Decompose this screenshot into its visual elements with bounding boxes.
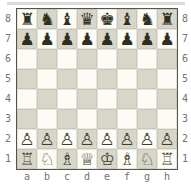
file-label-e: e xyxy=(97,169,117,185)
black-rook-a8: ♜ xyxy=(19,9,34,29)
rank-label-left-6: 6 xyxy=(1,49,15,69)
square-h7[interactable]: ♟ xyxy=(157,29,177,49)
black-knight-b8: ♞ xyxy=(39,9,54,29)
file-labels: abcdefgh xyxy=(17,169,177,185)
square-e6[interactable] xyxy=(97,49,117,69)
square-e1[interactable]: ♔ xyxy=(97,149,117,169)
white-pawn-f2: ♙ xyxy=(119,129,134,149)
square-f4[interactable] xyxy=(117,89,137,109)
square-b5[interactable] xyxy=(37,69,57,89)
chess-diagram: 87654321 ♜♞♝♛♚♝♞♜♟♟♟♟♟♟♟♟♙♙♙♙♙♙♙♙♖♘♗♕♔♗♘… xyxy=(0,0,191,190)
rank-label-left-7: 7 xyxy=(1,29,15,49)
white-queen-d1: ♕ xyxy=(79,149,94,169)
square-c4[interactable] xyxy=(57,89,77,109)
square-b3[interactable] xyxy=(37,109,57,129)
rank-label-right-6: 6 xyxy=(178,49,191,69)
square-g5[interactable] xyxy=(137,69,157,89)
square-g7[interactable]: ♟ xyxy=(137,29,157,49)
square-d2[interactable]: ♙ xyxy=(77,129,97,149)
square-c1[interactable]: ♗ xyxy=(57,149,77,169)
rank-label-left-4: 4 xyxy=(1,89,15,109)
square-h8[interactable]: ♜ xyxy=(157,9,177,29)
square-f1[interactable]: ♗ xyxy=(117,149,137,169)
black-king-e8: ♚ xyxy=(99,9,114,29)
white-pawn-b2: ♙ xyxy=(39,129,54,149)
black-bishop-c8: ♝ xyxy=(59,9,74,29)
square-e4[interactable] xyxy=(97,89,117,109)
square-h6[interactable] xyxy=(157,49,177,69)
square-a1[interactable]: ♖ xyxy=(17,149,37,169)
white-bishop-c1: ♗ xyxy=(59,149,74,169)
black-pawn-a7: ♟ xyxy=(19,29,34,49)
rank-label-left-1: 1 xyxy=(1,149,15,169)
file-label-a: a xyxy=(17,169,37,185)
square-e5[interactable] xyxy=(97,69,117,89)
white-pawn-g2: ♙ xyxy=(139,129,154,149)
square-c8[interactable]: ♝ xyxy=(57,9,77,29)
square-h3[interactable] xyxy=(157,109,177,129)
square-h4[interactable] xyxy=(157,89,177,109)
white-pawn-c2: ♙ xyxy=(59,129,74,149)
rank-label-left-2: 2 xyxy=(1,129,15,149)
black-pawn-f7: ♟ xyxy=(119,29,134,49)
white-bishop-f1: ♗ xyxy=(119,149,134,169)
square-c5[interactable] xyxy=(57,69,77,89)
white-pawn-d2: ♙ xyxy=(79,129,94,149)
square-e3[interactable] xyxy=(97,109,117,129)
square-f2[interactable]: ♙ xyxy=(117,129,137,149)
square-b1[interactable]: ♘ xyxy=(37,149,57,169)
white-pawn-a2: ♙ xyxy=(19,129,34,149)
square-g6[interactable] xyxy=(137,49,157,69)
black-pawn-c7: ♟ xyxy=(59,29,74,49)
rank-labels-left: 87654321 xyxy=(1,9,15,169)
file-label-g: g xyxy=(137,169,157,185)
square-g3[interactable] xyxy=(137,109,157,129)
square-g8[interactable]: ♞ xyxy=(137,9,157,29)
square-a7[interactable]: ♟ xyxy=(17,29,37,49)
square-e7[interactable]: ♟ xyxy=(97,29,117,49)
chess-board: ♜♞♝♛♚♝♞♜♟♟♟♟♟♟♟♟♙♙♙♙♙♙♙♙♖♘♗♕♔♗♘♖ xyxy=(16,8,178,170)
rank-label-right-8: 8 xyxy=(178,9,191,29)
square-b6[interactable] xyxy=(37,49,57,69)
black-pawn-b7: ♟ xyxy=(39,29,54,49)
square-g1[interactable]: ♘ xyxy=(137,149,157,169)
file-label-c: c xyxy=(57,169,77,185)
square-c6[interactable] xyxy=(57,49,77,69)
square-f3[interactable] xyxy=(117,109,137,129)
square-d6[interactable] xyxy=(77,49,97,69)
square-g4[interactable] xyxy=(137,89,157,109)
square-a8[interactable]: ♜ xyxy=(17,9,37,29)
file-label-d: d xyxy=(77,169,97,185)
square-d8[interactable]: ♛ xyxy=(77,9,97,29)
rank-label-right-7: 7 xyxy=(178,29,191,49)
square-b4[interactable] xyxy=(37,89,57,109)
white-knight-g1: ♘ xyxy=(139,149,154,169)
rank-label-right-2: 2 xyxy=(178,129,191,149)
black-queen-d8: ♛ xyxy=(79,9,94,29)
square-g2[interactable]: ♙ xyxy=(137,129,157,149)
rank-label-left-3: 3 xyxy=(1,109,15,129)
white-pawn-h2: ♙ xyxy=(159,129,174,149)
square-c7[interactable]: ♟ xyxy=(57,29,77,49)
square-d1[interactable]: ♕ xyxy=(77,149,97,169)
square-b8[interactable]: ♞ xyxy=(37,9,57,29)
rank-label-left-5: 5 xyxy=(1,69,15,89)
black-pawn-h7: ♟ xyxy=(159,29,174,49)
square-f8[interactable]: ♝ xyxy=(117,9,137,29)
square-a5[interactable] xyxy=(17,69,37,89)
black-pawn-g7: ♟ xyxy=(139,29,154,49)
square-f6[interactable] xyxy=(117,49,137,69)
black-pawn-e7: ♟ xyxy=(99,29,114,49)
top-strip xyxy=(7,2,185,5)
square-a2[interactable]: ♙ xyxy=(17,129,37,149)
square-d7[interactable]: ♟ xyxy=(77,29,97,49)
rank-label-right-5: 5 xyxy=(178,69,191,89)
square-d3[interactable] xyxy=(77,109,97,129)
square-h5[interactable] xyxy=(157,69,177,89)
square-b2[interactable]: ♙ xyxy=(37,129,57,149)
rank-labels-right: 87654321 xyxy=(178,9,191,169)
square-e2[interactable]: ♙ xyxy=(97,129,117,149)
square-h2[interactable]: ♙ xyxy=(157,129,177,149)
rank-label-left-8: 8 xyxy=(1,9,15,29)
black-knight-g8: ♞ xyxy=(139,9,154,29)
square-c3[interactable] xyxy=(57,109,77,129)
rank-label-right-1: 1 xyxy=(178,149,191,169)
square-e8[interactable]: ♚ xyxy=(97,9,117,29)
square-f5[interactable] xyxy=(117,69,137,89)
square-d5[interactable] xyxy=(77,69,97,89)
square-a3[interactable] xyxy=(17,109,37,129)
black-rook-h8: ♜ xyxy=(159,9,174,29)
white-rook-h1: ♖ xyxy=(159,149,174,169)
white-knight-b1: ♘ xyxy=(39,149,54,169)
square-d4[interactable] xyxy=(77,89,97,109)
square-f7[interactable]: ♟ xyxy=(117,29,137,49)
square-c2[interactable]: ♙ xyxy=(57,129,77,149)
file-label-h: h xyxy=(157,169,177,185)
rank-label-right-4: 4 xyxy=(178,89,191,109)
black-pawn-d7: ♟ xyxy=(79,29,94,49)
white-king-e1: ♔ xyxy=(99,149,114,169)
file-label-b: b xyxy=(37,169,57,185)
file-label-f: f xyxy=(117,169,137,185)
white-pawn-e2: ♙ xyxy=(99,129,114,149)
square-h1[interactable]: ♖ xyxy=(157,149,177,169)
black-bishop-f8: ♝ xyxy=(119,9,134,29)
white-rook-a1: ♖ xyxy=(19,149,34,169)
rank-label-right-3: 3 xyxy=(178,109,191,129)
square-a6[interactable] xyxy=(17,49,37,69)
square-b7[interactable]: ♟ xyxy=(37,29,57,49)
square-a4[interactable] xyxy=(17,89,37,109)
